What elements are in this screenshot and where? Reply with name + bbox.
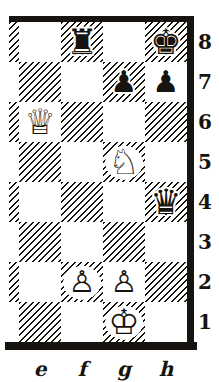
- square-f5: [61, 142, 103, 182]
- square-h6: [145, 102, 187, 142]
- square-h1: [145, 302, 187, 342]
- square-f1: [61, 302, 103, 342]
- square-e6: ♕: [19, 102, 61, 142]
- rank-label-8: 8: [194, 22, 216, 62]
- piece-black-rook-f8: ♜: [61, 22, 103, 62]
- square-f6: [61, 102, 103, 142]
- square-g5: ♘: [103, 142, 145, 182]
- square-e4: [19, 182, 61, 222]
- square-e2: [19, 262, 61, 302]
- piece-black-pawn-h7: ♟: [145, 62, 187, 102]
- scanned-page: ♜♚♟♟♕♘♛♙♙♔ 87654321 efgh: [0, 0, 219, 382]
- square-h7: ♟: [145, 62, 187, 102]
- sliver-d7: [9, 62, 19, 102]
- sliver-d4: [9, 182, 19, 222]
- piece-black-pawn-g7: ♟: [103, 62, 145, 102]
- square-e1: [19, 302, 61, 342]
- board-border-right: [187, 22, 194, 342]
- piece-black-queen-h4: ♛: [145, 182, 187, 222]
- square-g6: [103, 102, 145, 142]
- piece-white-king-g1: ♔: [103, 302, 145, 342]
- square-f4: [61, 182, 103, 222]
- chess-board: ♜♚♟♟♕♘♛♙♙♔: [9, 22, 187, 342]
- square-f3: [61, 222, 103, 262]
- piece-white-queen-e6: ♕: [19, 102, 61, 142]
- square-e3: [19, 222, 61, 262]
- sliver-d5: [9, 142, 19, 182]
- file-label-e: e: [19, 357, 61, 381]
- sliver-d2: [9, 262, 19, 302]
- sliver-d6: [9, 102, 19, 142]
- sliver-d8: [9, 22, 19, 62]
- piece-white-pawn-g2: ♙: [103, 262, 145, 302]
- square-e7: [19, 62, 61, 102]
- square-h8: ♚: [145, 22, 187, 62]
- rank-label-4: 4: [194, 182, 216, 222]
- square-h2: [145, 262, 187, 302]
- square-f2: ♙: [61, 262, 103, 302]
- chess-diagram: ♜♚♟♟♕♘♛♙♙♔ 87654321 efgh: [9, 16, 216, 381]
- piece-black-king-h8: ♚: [145, 22, 187, 62]
- square-g2: ♙: [103, 262, 145, 302]
- rank-label-2: 2: [194, 262, 216, 302]
- rank-label-1: 1: [194, 302, 216, 342]
- square-h3: [145, 222, 187, 262]
- rank-label-6: 6: [194, 102, 216, 142]
- square-g7: ♟: [103, 62, 145, 102]
- square-g3: [103, 222, 145, 262]
- sliver-d3: [9, 222, 19, 262]
- piece-white-knight-g5: ♘: [103, 142, 145, 182]
- square-f8: ♜: [61, 22, 103, 62]
- file-label-g: g: [103, 357, 145, 381]
- square-g4: [103, 182, 145, 222]
- square-e5: [19, 142, 61, 182]
- square-h5: [145, 142, 187, 182]
- file-label-f: f: [61, 357, 103, 381]
- piece-white-pawn-f2: ♙: [61, 262, 103, 302]
- square-e8: [19, 22, 61, 62]
- rank-label-3: 3: [194, 222, 216, 262]
- rank-labels: 87654321: [194, 22, 216, 342]
- sliver-d1: [9, 302, 19, 342]
- square-h4: ♛: [145, 182, 187, 222]
- board-border-bottom: [5, 342, 197, 350]
- square-g1: ♔: [103, 302, 145, 342]
- rank-label-7: 7: [194, 62, 216, 102]
- square-f7: [61, 62, 103, 102]
- file-labels: efgh: [9, 357, 216, 381]
- rank-label-5: 5: [194, 142, 216, 182]
- file-label-h: h: [145, 357, 187, 381]
- square-g8: [103, 22, 145, 62]
